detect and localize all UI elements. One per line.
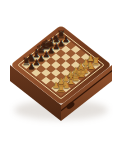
- piece-black-pawn[interactable]: ♟: [24, 63, 38, 71]
- chess-box-scene: ♜♞♝♛♚♝♞♜♟♟♟♟♟♟♟♟♟♟♟♟♟♟♟♟♜♞♝♛♚♝♞♜: [0, 0, 120, 144]
- pieces-layer: ♜♞♝♛♚♝♞♜♟♟♟♟♟♟♟♟♟♟♟♟♟♟♟♟♜♞♝♛♚♝♞♜: [0, 0, 120, 144]
- piece-white-rook[interactable]: ♜: [54, 84, 68, 94]
